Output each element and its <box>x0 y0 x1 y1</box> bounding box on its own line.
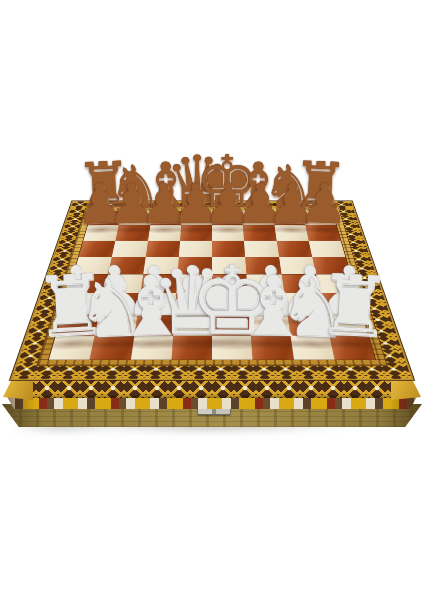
black-pawn-icon: ♟ <box>298 176 350 233</box>
pieces-layer: ♜♞♝♛♚♝♞♜♟♟♟♟♟♟♟♟♟♟♟♟♟♟♟♟♜♞♝♛♚♝♞♜ <box>0 0 424 600</box>
chess-set-photo: ♜♞♝♛♚♝♞♜♟♟♟♟♟♟♟♟♟♟♟♟♟♟♟♟♜♞♝♛♚♝♞♜ <box>0 0 424 600</box>
piece-white-rook-h1[interactable]: ♜ <box>314 263 393 350</box>
piece-black-pawn-h7[interactable]: ♟ <box>298 176 350 233</box>
white-rook-icon: ♜ <box>314 263 393 350</box>
